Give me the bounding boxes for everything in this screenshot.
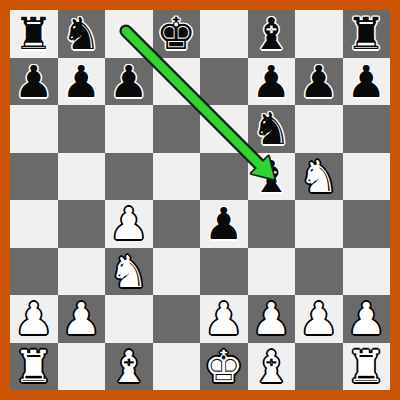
piece-black-pawn[interactable]: ♟ [109, 58, 148, 106]
piece-black-rook[interactable]: ♜ [14, 10, 53, 58]
square-g4[interactable] [295, 200, 343, 248]
square-a5[interactable] [10, 153, 58, 201]
square-g7[interactable]: ♟ [295, 58, 343, 106]
square-d2[interactable] [153, 295, 201, 343]
square-a2[interactable]: ♟ [10, 295, 58, 343]
square-e3[interactable] [200, 248, 248, 296]
square-g1[interactable] [295, 343, 343, 391]
piece-white-pawn[interactable]: ♟ [14, 295, 53, 343]
square-g6[interactable] [295, 105, 343, 153]
square-c7[interactable]: ♟ [105, 58, 153, 106]
square-c4[interactable]: ♟ [105, 200, 153, 248]
square-a1[interactable]: ♜ [10, 343, 58, 391]
square-h7[interactable]: ♟ [343, 58, 391, 106]
square-c3[interactable]: ♞ [105, 248, 153, 296]
chess-board: ♜♞♚♝♜♟♟♟♟♟♟♞♝♞♟♟♞♟♟♟♟♟♟♜♝♚♝♜ [10, 10, 390, 390]
square-g3[interactable] [295, 248, 343, 296]
square-f3[interactable] [248, 248, 296, 296]
piece-black-pawn[interactable]: ♟ [14, 58, 53, 106]
square-f6[interactable]: ♞ [248, 105, 296, 153]
piece-white-pawn[interactable]: ♟ [252, 295, 291, 343]
piece-white-king[interactable]: ♚ [204, 343, 243, 391]
square-a3[interactable] [10, 248, 58, 296]
square-d4[interactable] [153, 200, 201, 248]
square-g5[interactable]: ♞ [295, 153, 343, 201]
square-f8[interactable]: ♝ [248, 10, 296, 58]
square-e7[interactable] [200, 58, 248, 106]
piece-white-rook[interactable]: ♜ [14, 343, 53, 391]
square-f4[interactable] [248, 200, 296, 248]
piece-white-knight[interactable]: ♞ [109, 248, 148, 296]
piece-black-pawn[interactable]: ♟ [252, 58, 291, 106]
square-d8[interactable]: ♚ [153, 10, 201, 58]
square-d3[interactable] [153, 248, 201, 296]
page: { "game": "chess", "position": { "fen": … [0, 0, 400, 400]
square-e6[interactable] [200, 105, 248, 153]
square-d1[interactable] [153, 343, 201, 391]
square-h6[interactable] [343, 105, 391, 153]
piece-black-bishop[interactable]: ♝ [252, 10, 291, 58]
square-e4[interactable]: ♟ [200, 200, 248, 248]
square-b5[interactable] [58, 153, 106, 201]
square-b8[interactable]: ♞ [58, 10, 106, 58]
square-f7[interactable]: ♟ [248, 58, 296, 106]
piece-black-knight[interactable]: ♞ [62, 10, 101, 58]
piece-black-pawn[interactable]: ♟ [299, 58, 338, 106]
square-a8[interactable]: ♜ [10, 10, 58, 58]
square-c8[interactable] [105, 10, 153, 58]
square-d5[interactable] [153, 153, 201, 201]
piece-white-pawn[interactable]: ♟ [109, 200, 148, 248]
square-h3[interactable] [343, 248, 391, 296]
square-c5[interactable] [105, 153, 153, 201]
square-h8[interactable]: ♜ [343, 10, 391, 58]
square-f5[interactable]: ♝ [248, 153, 296, 201]
square-a6[interactable] [10, 105, 58, 153]
square-e5[interactable] [200, 153, 248, 201]
piece-white-pawn[interactable]: ♟ [347, 295, 386, 343]
square-h2[interactable]: ♟ [343, 295, 391, 343]
square-d7[interactable] [153, 58, 201, 106]
piece-white-pawn[interactable]: ♟ [62, 295, 101, 343]
piece-black-bishop[interactable]: ♝ [252, 153, 291, 201]
piece-black-knight[interactable]: ♞ [252, 105, 291, 153]
board-frame: ♜♞♚♝♜♟♟♟♟♟♟♞♝♞♟♟♞♟♟♟♟♟♟♜♝♚♝♜ [0, 0, 400, 400]
square-a4[interactable] [10, 200, 58, 248]
piece-white-pawn[interactable]: ♟ [299, 295, 338, 343]
square-b2[interactable]: ♟ [58, 295, 106, 343]
square-c1[interactable]: ♝ [105, 343, 153, 391]
piece-black-king[interactable]: ♚ [157, 10, 196, 58]
square-c6[interactable] [105, 105, 153, 153]
piece-white-pawn[interactable]: ♟ [204, 295, 243, 343]
square-b6[interactable] [58, 105, 106, 153]
square-e8[interactable] [200, 10, 248, 58]
piece-black-rook[interactable]: ♜ [347, 10, 386, 58]
piece-white-bishop[interactable]: ♝ [109, 343, 148, 391]
piece-white-knight[interactable]: ♞ [299, 153, 338, 201]
piece-white-bishop[interactable]: ♝ [252, 343, 291, 391]
square-b4[interactable] [58, 200, 106, 248]
square-g8[interactable] [295, 10, 343, 58]
piece-black-pawn[interactable]: ♟ [347, 58, 386, 106]
square-b3[interactable] [58, 248, 106, 296]
square-h5[interactable] [343, 153, 391, 201]
square-e1[interactable]: ♚ [200, 343, 248, 391]
square-a7[interactable]: ♟ [10, 58, 58, 106]
square-h1[interactable]: ♜ [343, 343, 391, 391]
square-e2[interactable]: ♟ [200, 295, 248, 343]
square-f1[interactable]: ♝ [248, 343, 296, 391]
square-f2[interactable]: ♟ [248, 295, 296, 343]
square-g2[interactable]: ♟ [295, 295, 343, 343]
piece-black-pawn[interactable]: ♟ [62, 58, 101, 106]
square-b7[interactable]: ♟ [58, 58, 106, 106]
square-h4[interactable] [343, 200, 391, 248]
square-c2[interactable] [105, 295, 153, 343]
square-b1[interactable] [58, 343, 106, 391]
square-d6[interactable] [153, 105, 201, 153]
piece-white-rook[interactable]: ♜ [347, 343, 386, 391]
piece-black-pawn[interactable]: ♟ [204, 200, 243, 248]
